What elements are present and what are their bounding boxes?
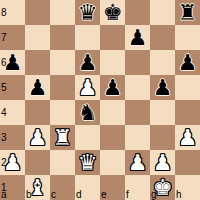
square-g2[interactable]: ♟ [150, 150, 175, 175]
piece-white-pawn[interactable]: ♟ [75, 75, 100, 100]
square-h2[interactable] [175, 150, 200, 175]
square-h5[interactable] [175, 75, 200, 100]
square-e8[interactable]: ♚ [100, 0, 125, 25]
square-f1[interactable]: f [125, 175, 150, 200]
square-d3[interactable] [75, 125, 100, 150]
square-h3[interactable]: ♟ [175, 125, 200, 150]
chess-board: 8♛♚♜7♟♟6♟♟5♟♟♟♟4♞3♟♜♟♟2♛♟♟1a♝bcdef♚gh [0, 0, 200, 200]
piece-black-knight[interactable]: ♞ [75, 100, 100, 125]
square-a2[interactable]: ♟2 [0, 150, 25, 175]
square-a3[interactable]: 3 [0, 125, 25, 150]
square-h6[interactable]: ♟ [175, 50, 200, 75]
square-c2[interactable] [50, 150, 75, 175]
piece-white-pawn[interactable]: ♟ [150, 150, 175, 175]
piece-black-pawn[interactable]: ♟ [100, 75, 125, 100]
square-b3[interactable]: ♟ [25, 125, 50, 150]
square-e5[interactable]: ♟ [100, 75, 125, 100]
square-b5[interactable]: ♟ [25, 75, 50, 100]
square-g6[interactable] [150, 50, 175, 75]
square-d6[interactable]: ♟ [75, 50, 100, 75]
square-d2[interactable]: ♛ [75, 150, 100, 175]
rank-label: 8 [1, 8, 7, 18]
square-a6[interactable]: ♟6 [0, 50, 25, 75]
square-c7[interactable] [50, 25, 75, 50]
square-h7[interactable] [175, 25, 200, 50]
piece-black-pawn[interactable]: ♟ [150, 75, 175, 100]
square-f6[interactable] [125, 50, 150, 75]
rank-label: 5 [1, 83, 7, 93]
square-b4[interactable] [25, 100, 50, 125]
piece-black-pawn[interactable]: ♟ [25, 75, 50, 100]
piece-black-rook[interactable]: ♜ [175, 0, 200, 25]
square-c6[interactable] [50, 50, 75, 75]
piece-black-pawn[interactable]: ♟ [75, 50, 100, 75]
square-h4[interactable] [175, 100, 200, 125]
square-f3[interactable] [125, 125, 150, 150]
square-d1[interactable]: d [75, 175, 100, 200]
square-f5[interactable] [125, 75, 150, 100]
piece-white-queen[interactable]: ♛ [75, 150, 100, 175]
square-d4[interactable]: ♞ [75, 100, 100, 125]
square-c3[interactable]: ♜ [50, 125, 75, 150]
square-a1[interactable]: 1a [0, 175, 25, 200]
square-e2[interactable] [100, 150, 125, 175]
square-b2[interactable] [25, 150, 50, 175]
file-label: f [126, 190, 129, 200]
square-c1[interactable]: c [50, 175, 75, 200]
square-b6[interactable] [25, 50, 50, 75]
piece-black-pawn[interactable]: ♟ [125, 25, 150, 50]
square-c5[interactable] [50, 75, 75, 100]
square-a8[interactable]: 8 [0, 0, 25, 25]
piece-white-pawn[interactable]: ♟ [125, 150, 150, 175]
file-label: a [1, 190, 7, 200]
square-h8[interactable]: ♜ [175, 0, 200, 25]
square-g4[interactable] [150, 100, 175, 125]
square-d5[interactable]: ♟ [75, 75, 100, 100]
rank-label: 7 [1, 33, 7, 43]
piece-white-rook[interactable]: ♜ [50, 125, 75, 150]
file-label: b [26, 190, 32, 200]
square-g3[interactable] [150, 125, 175, 150]
piece-white-pawn[interactable]: ♟ [175, 125, 200, 150]
square-f4[interactable] [125, 100, 150, 125]
square-e3[interactable] [100, 125, 125, 150]
square-g7[interactable] [150, 25, 175, 50]
square-e7[interactable] [100, 25, 125, 50]
square-f7[interactable]: ♟ [125, 25, 150, 50]
square-b8[interactable] [25, 0, 50, 25]
square-d7[interactable] [75, 25, 100, 50]
square-e4[interactable] [100, 100, 125, 125]
rank-label: 6 [1, 58, 7, 68]
square-h1[interactable]: h [175, 175, 200, 200]
square-g1[interactable]: ♚g [150, 175, 175, 200]
piece-black-pawn[interactable]: ♟ [175, 50, 200, 75]
file-label: h [176, 190, 182, 200]
square-c8[interactable] [50, 0, 75, 25]
file-label: g [151, 190, 157, 200]
square-f8[interactable] [125, 0, 150, 25]
rank-label: 2 [1, 158, 7, 168]
piece-black-king[interactable]: ♚ [100, 0, 125, 25]
square-a5[interactable]: 5 [0, 75, 25, 100]
square-a7[interactable]: 7 [0, 25, 25, 50]
rank-label: 4 [1, 108, 7, 118]
square-e1[interactable]: e [100, 175, 125, 200]
square-b7[interactable] [25, 25, 50, 50]
square-c4[interactable] [50, 100, 75, 125]
piece-black-queen[interactable]: ♛ [75, 0, 100, 25]
square-a4[interactable]: 4 [0, 100, 25, 125]
square-f2[interactable]: ♟ [125, 150, 150, 175]
square-e6[interactable] [100, 50, 125, 75]
file-label: e [101, 190, 107, 200]
square-g5[interactable]: ♟ [150, 75, 175, 100]
square-d8[interactable]: ♛ [75, 0, 100, 25]
square-b1[interactable]: ♝b [25, 175, 50, 200]
file-label: c [51, 190, 56, 200]
file-label: d [76, 190, 82, 200]
rank-label: 3 [1, 133, 7, 143]
piece-white-pawn[interactable]: ♟ [25, 125, 50, 150]
square-g8[interactable] [150, 0, 175, 25]
